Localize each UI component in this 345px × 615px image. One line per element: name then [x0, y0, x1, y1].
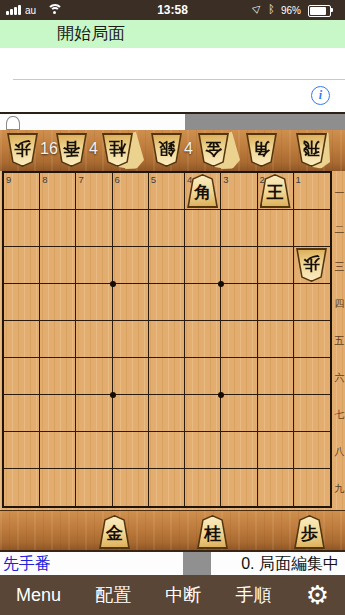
board-cell[interactable] — [258, 358, 294, 395]
shogi-piece-角[interactable]: 角 — [188, 175, 217, 207]
board-cell[interactable] — [294, 321, 330, 358]
app-screen: au 13:58 ▷ ᛒ 96% 開始局面 i 歩16香4桂銀4金角飛 角王歩 — [0, 0, 345, 615]
settings-gear-icon[interactable]: ⚙ — [306, 582, 329, 608]
board-cell[interactable] — [76, 210, 112, 247]
content-panel: i — [0, 48, 345, 112]
board-cell[interactable] — [149, 247, 185, 284]
shogi-piece-桂[interactable]: 桂 — [103, 134, 132, 166]
hand-piece-count: 16 — [40, 140, 58, 158]
shogi-piece-桂[interactable]: 桂 — [198, 516, 227, 548]
board-cell[interactable] — [4, 321, 40, 358]
board-cell[interactable] — [76, 321, 112, 358]
board-cell[interactable]: 歩 — [294, 247, 330, 284]
board-cell[interactable] — [113, 247, 149, 284]
board-cell[interactable] — [221, 432, 257, 469]
rank-label: 一 — [334, 186, 345, 200]
rank-label: 八 — [334, 445, 345, 459]
board-cell[interactable]: 王 — [258, 173, 294, 210]
star-point — [218, 281, 224, 287]
board-cell[interactable] — [221, 469, 257, 506]
file-label: 7 — [78, 174, 83, 185]
hand-piece-count: 4 — [89, 140, 98, 158]
board-cell[interactable] — [76, 469, 112, 506]
board-cell[interactable] — [149, 432, 185, 469]
board-cell[interactable] — [4, 247, 40, 284]
board-cell[interactable] — [40, 284, 76, 321]
board-cell[interactable] — [294, 395, 330, 432]
battery-icon — [308, 5, 331, 17]
info-icon[interactable]: i — [311, 86, 330, 105]
board-cell[interactable] — [149, 395, 185, 432]
board-cell[interactable] — [258, 247, 294, 284]
menu-button[interactable]: Menu — [16, 585, 61, 606]
shogi-piece-王[interactable]: 王 — [261, 175, 290, 207]
nav-bar: 開始局面 — [0, 20, 345, 48]
board-cell[interactable] — [40, 395, 76, 432]
board-cell[interactable] — [149, 321, 185, 358]
board-cell[interactable] — [185, 358, 221, 395]
board-cell[interactable] — [221, 284, 257, 321]
board-cell[interactable] — [258, 395, 294, 432]
gote-hand-bar — [0, 112, 345, 130]
board-cell[interactable] — [149, 284, 185, 321]
board-cell[interactable] — [221, 358, 257, 395]
rank-label: 五 — [334, 334, 345, 348]
hand-piece-count: 4 — [184, 140, 193, 158]
shogi-piece-歩[interactable]: 歩 — [8, 134, 37, 166]
board-cell[interactable] — [258, 432, 294, 469]
board-cell[interactable] — [76, 432, 112, 469]
board-cell[interactable] — [258, 469, 294, 506]
rank-label: 三 — [334, 260, 345, 274]
page-title: 開始局面 — [57, 20, 125, 48]
board-cell[interactable] — [294, 358, 330, 395]
board-cell[interactable] — [149, 210, 185, 247]
board-cell[interactable] — [113, 321, 149, 358]
board-cell[interactable] — [294, 469, 330, 506]
board-cell[interactable] — [221, 395, 257, 432]
board-cell[interactable] — [185, 247, 221, 284]
board-cell[interactable] — [4, 432, 40, 469]
board-cell[interactable] — [294, 210, 330, 247]
interrupt-button[interactable]: 中断 — [165, 583, 201, 607]
board-cell[interactable] — [4, 395, 40, 432]
board-cell[interactable] — [294, 284, 330, 321]
board-cell[interactable] — [258, 284, 294, 321]
board-cell[interactable] — [185, 469, 221, 506]
sente-hand-tray: 金桂歩 — [0, 510, 345, 552]
rank-label: 七 — [334, 408, 345, 422]
divider — [13, 79, 345, 80]
shogi-piece-飛[interactable]: 飛 — [297, 134, 326, 166]
file-label: 9 — [6, 174, 11, 185]
status-row: 先手番 0. 局面編集中 — [0, 552, 345, 575]
shogi-piece-歩[interactable]: 歩 — [297, 249, 326, 281]
rank-label: 六 — [334, 371, 345, 385]
file-label: 3 — [223, 174, 228, 185]
board-cell[interactable] — [4, 284, 40, 321]
board-cell[interactable] — [40, 432, 76, 469]
piece-outline-icon — [6, 116, 20, 130]
board-cell[interactable] — [76, 358, 112, 395]
board-cell[interactable] — [76, 284, 112, 321]
board-cell[interactable] — [40, 469, 76, 506]
board-cell[interactable] — [76, 247, 112, 284]
file-label: 6 — [115, 174, 120, 185]
board-cell[interactable] — [4, 469, 40, 506]
shogi-piece-香[interactable]: 香 — [57, 134, 86, 166]
shogi-piece-銀[interactable]: 銀 — [152, 134, 181, 166]
board-area: 角王歩 987654321 一二三四五六七八九 — [0, 171, 345, 510]
board-cell[interactable] — [113, 284, 149, 321]
shogi-piece-歩[interactable]: 歩 — [295, 516, 324, 548]
board-cell[interactable] — [4, 210, 40, 247]
board-cell[interactable] — [40, 247, 76, 284]
rank-label: 四 — [334, 297, 345, 311]
board-cell[interactable] — [221, 210, 257, 247]
rank-label: 九 — [334, 482, 345, 496]
file-label: 5 — [151, 174, 156, 185]
board-cell[interactable] — [185, 432, 221, 469]
file-label: 8 — [42, 174, 47, 185]
shogi-piece-金[interactable]: 金 — [199, 134, 228, 166]
board-cell[interactable] — [185, 321, 221, 358]
toolbar: Menu 配置 中断 手順 ⚙ — [0, 575, 345, 615]
placement-button[interactable]: 配置 — [95, 583, 131, 607]
shogi-piece-角[interactable]: 角 — [247, 134, 276, 166]
board-cell[interactable]: 角 — [185, 173, 221, 210]
star-point — [110, 392, 116, 398]
board-cell[interactable] — [185, 284, 221, 321]
board-cell[interactable] — [185, 210, 221, 247]
board-cell[interactable] — [221, 321, 257, 358]
gote-hand-tray: 歩16香4桂銀4金角飛 — [0, 130, 345, 172]
board-cell[interactable] — [113, 432, 149, 469]
star-point — [218, 392, 224, 398]
board-cell[interactable] — [40, 358, 76, 395]
board-cell[interactable] — [4, 358, 40, 395]
board-cell[interactable] — [258, 321, 294, 358]
star-point — [110, 281, 116, 287]
bluetooth-icon: ᛒ — [268, 3, 275, 16]
board-cell[interactable] — [149, 469, 185, 506]
board-cell[interactable] — [185, 395, 221, 432]
file-label: 1 — [296, 174, 301, 185]
board-cell[interactable] — [113, 469, 149, 506]
board-cell[interactable] — [149, 358, 185, 395]
status-bar: au 13:58 ▷ ᛒ 96% — [0, 0, 345, 20]
moves-button[interactable]: 手順 — [236, 583, 272, 607]
board-cell[interactable] — [221, 247, 257, 284]
board-cell[interactable] — [40, 210, 76, 247]
battery-percent: 96% — [281, 5, 301, 16]
rank-label: 二 — [334, 223, 345, 237]
board-cell[interactable] — [40, 321, 76, 358]
hand-bar-white — [0, 114, 185, 130]
board-cell[interactable] — [113, 210, 149, 247]
board-cell[interactable] — [258, 210, 294, 247]
shogi-piece-金[interactable]: 金 — [100, 516, 129, 548]
board-cell[interactable] — [294, 432, 330, 469]
board-cell[interactable] — [76, 395, 112, 432]
shogi-board: 角王歩 — [2, 171, 332, 508]
move-status: 0. 局面編集中 — [211, 552, 345, 575]
turn-indicator: 先手番 — [0, 552, 183, 575]
board-cell[interactable] — [113, 358, 149, 395]
board-cell[interactable] — [113, 395, 149, 432]
